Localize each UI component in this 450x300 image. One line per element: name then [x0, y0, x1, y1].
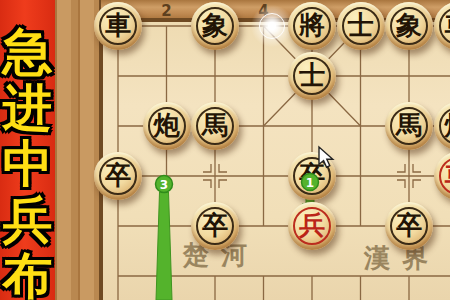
badge-number: 1	[306, 176, 314, 190]
banner-char: 布	[3, 248, 53, 300]
banner-char: 进	[3, 80, 53, 136]
overlay-layer: 13	[55, 0, 450, 300]
banner-char: 中	[3, 136, 53, 192]
banner-char: 急	[3, 24, 53, 80]
title-banner: 急进中兵布	[0, 0, 55, 300]
screenshot-root: 急进中兵布 楚河 漢界 24 車	[0, 0, 450, 300]
banner-char: 兵	[3, 192, 53, 248]
xiangqi-board[interactable]: 楚河 漢界 24 車象將士象車士炮馬馬炮卒卒車卒兵卒 13	[55, 0, 450, 300]
mouse-cursor-icon	[319, 147, 333, 167]
move-number-badges: 13	[156, 174, 319, 193]
badge-number: 3	[160, 178, 168, 192]
